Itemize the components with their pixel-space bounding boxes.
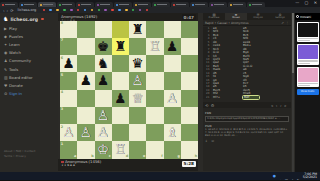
square-d4[interactable]: ♟ — [112, 90, 129, 107]
square-d3[interactable] — [112, 107, 129, 124]
sidebar-item-community[interactable]: ♟Community — [0, 57, 58, 65]
tab-favicon — [211, 4, 213, 6]
square-c7[interactable]: ♚ — [95, 38, 112, 55]
square-d6[interactable] — [112, 55, 129, 72]
bookmark-favicon[interactable] — [84, 9, 87, 12]
black-pawn[interactable]: ♟ — [95, 72, 112, 89]
square-b7[interactable] — [77, 38, 94, 55]
square-h5[interactable] — [181, 72, 198, 89]
square-e6[interactable]: ♛ — [129, 55, 146, 72]
download-icon[interactable]: ⇓ — [205, 139, 208, 143]
square-c2[interactable]: ♙ — [95, 124, 112, 141]
white-king[interactable]: ♔ — [95, 141, 112, 158]
bookmark-favicon[interactable] — [63, 9, 66, 12]
white-queen[interactable]: ♕ — [129, 90, 146, 107]
sidebar-item-donate[interactable]: ♥Donate — [0, 81, 58, 89]
square-f7[interactable]: ♖ — [146, 38, 163, 55]
flip-board-icon[interactable]: ⟲ — [205, 103, 208, 108]
square-f5[interactable] — [146, 72, 163, 89]
knight-logo-icon: ♞ — [3, 16, 8, 22]
sidebar-item-tools[interactable]: ✎Tools — [0, 65, 58, 73]
square-b6[interactable] — [77, 55, 94, 72]
square-c1[interactable]: c♔ — [95, 141, 112, 158]
square-h6[interactable] — [181, 55, 198, 72]
back-icon[interactable]: ‹ — [3, 8, 5, 13]
white-pawn[interactable]: ♙ — [129, 72, 146, 89]
footer-links-2[interactable]: Terms • Privacy — [4, 154, 35, 158]
browser-tab-strip — [0, 0, 320, 7]
file-label: f — [161, 154, 162, 158]
chess-board[interactable]: 8♜7♚♜♖♟6♟♞♛5♟♟♙4♟♕♙3♙2♙♙♙♗1abc♔d♖efgh — [60, 21, 198, 159]
square-a7[interactable]: 7 — [60, 38, 77, 55]
tab-favicon — [40, 4, 42, 6]
file-label: a — [74, 154, 76, 158]
black-queen[interactable]: ♛ — [129, 55, 146, 72]
product-image — [298, 68, 318, 82]
last-move-icon[interactable]: » — [284, 103, 286, 108]
square-f2[interactable] — [146, 124, 163, 141]
square-c4[interactable] — [95, 90, 112, 107]
bookmark-favicon[interactable] — [111, 9, 114, 12]
analysis-panel: ▤Overview≋Moves☰Analysis⚙Settings Rapid … — [203, 13, 291, 171]
white-bishop[interactable]: ♗ — [164, 124, 181, 141]
white-pawn[interactable]: ♙ — [95, 124, 112, 141]
expand-icon[interactable]: ⇗ — [281, 21, 284, 25]
white-pawn[interactable]: ♙ — [164, 90, 181, 107]
address-url[interactable]: lichess.org — [18, 8, 37, 12]
rank-label: 1 — [61, 142, 63, 146]
sidebar-item-board-editor[interactable]: ▥Board editor — [0, 73, 58, 81]
tab-favicon — [192, 4, 194, 6]
tab-favicon — [59, 4, 61, 6]
bookmark-favicon[interactable] — [132, 9, 135, 12]
file-label: e — [143, 154, 145, 158]
square-c6[interactable]: ♞ — [95, 55, 112, 72]
top-player-bar: Anonymous (1892) ♗♘♘♙♙ 0:47 — [58, 13, 198, 21]
tray-icon[interactable]: ⚑ — [296, 179, 299, 181]
square-a4[interactable]: 4 — [60, 90, 77, 107]
sidebar-item-signin[interactable]: ⚙ Sign in — [0, 90, 58, 98]
taskbar-clock[interactable]: 7:06 PM 5/2/2021 — [303, 173, 317, 180]
tab-favicon — [21, 4, 23, 6]
white-pawn[interactable]: ♙ — [77, 124, 94, 141]
square-g6[interactable] — [164, 55, 181, 72]
square-f8[interactable] — [146, 21, 163, 38]
square-f1[interactable]: f — [146, 141, 163, 158]
bottom-player-clock: 5:28 — [182, 161, 196, 167]
rank-label: 5 — [61, 73, 63, 77]
square-d8[interactable] — [112, 21, 129, 38]
site-wordmark: lichess.org — [10, 17, 38, 22]
sidebar-menu: ▶Play◆Puzzles✦Learn◉Watch♟Community✎Tool… — [0, 24, 58, 90]
square-e8[interactable]: ♜ — [129, 21, 146, 38]
panel-tab-overview[interactable]: ▤Overview — [203, 13, 225, 20]
square-g3[interactable] — [164, 107, 181, 124]
fen-pgn-section: FEN 4r3/2kr1Rp1/p1n1q3/1pp1P3/3pQ1P1/2P5… — [203, 108, 291, 145]
scrollbar-thumb[interactable] — [292, 13, 294, 73]
bookmark-favicon[interactable] — [98, 9, 101, 12]
square-e1[interactable]: e — [129, 141, 146, 158]
sidebar-footer: About • FAQ • Contact Terms • Privacy — [4, 147, 35, 158]
bookmark-favicon[interactable] — [70, 9, 73, 12]
square-e2[interactable] — [129, 124, 146, 141]
extension-view-more-button[interactable]: View more — [297, 89, 319, 94]
taskbar: ● ▲▦♪⚑ 7:06 PM 5/2/2021 — [0, 172, 320, 180]
bookmark-favicon[interactable] — [43, 9, 46, 12]
square-a3[interactable]: 3 — [60, 107, 77, 124]
square-c5[interactable]: ♟ — [95, 72, 112, 89]
square-b4[interactable] — [77, 90, 94, 107]
footer-links-1[interactable]: About • FAQ • Contact — [4, 149, 35, 153]
bookmark-favicon[interactable] — [91, 9, 94, 12]
product-image — [298, 45, 318, 59]
square-g4[interactable]: ♙ — [164, 90, 181, 107]
panel-tab-settings[interactable]: ⚙Settings — [269, 13, 291, 20]
panel-tab-analysis[interactable]: ☰Analysis — [247, 13, 269, 20]
square-g2[interactable]: ♗ — [164, 124, 181, 141]
extension-header: movani — [295, 13, 320, 20]
extension-brand: movani — [300, 15, 311, 19]
square-f6[interactable] — [146, 55, 163, 72]
square-h2[interactable] — [181, 124, 198, 141]
tab-favicon — [78, 4, 80, 6]
share-icon[interactable]: ✉ — [212, 139, 215, 143]
square-a2[interactable]: 2♙ — [60, 124, 77, 141]
rank-label: 4 — [61, 90, 63, 94]
sidebar-item-play[interactable]: ▶Play — [0, 24, 58, 32]
white-pawn[interactable]: ♙ — [95, 107, 112, 124]
bottom-player-captured: ♝♝♞♟♟ — [58, 164, 198, 168]
move-list[interactable]: 1e4e52Nf3Nc63Bc4Bc54c3Nf65d4exd46cxd4Bb4… — [203, 26, 291, 101]
square-g7[interactable]: ♟ — [164, 38, 181, 55]
square-c3[interactable]: ♙ — [95, 107, 112, 124]
screen: — ▢ ✕ ‹ › ⟳ lichess.org ♞ lichess.org ▶P… — [0, 0, 320, 180]
chrome-taskbar-icon[interactable]: ● — [273, 174, 276, 178]
tray-icon[interactable]: ♪ — [291, 179, 293, 181]
bookmark-favicon[interactable] — [139, 9, 142, 12]
white-rook[interactable]: ♖ — [146, 38, 163, 55]
square-a8[interactable]: 8 — [60, 21, 77, 38]
white-move[interactable]: Rf7+ — [211, 96, 241, 99]
tab-favicon — [97, 4, 99, 6]
square-b8[interactable] — [77, 21, 94, 38]
rank-label: 3 — [61, 107, 63, 111]
black-pawn[interactable]: ♟ — [77, 72, 94, 89]
square-d2[interactable] — [112, 124, 129, 141]
rank-label: 7 — [61, 38, 63, 42]
forward-icon[interactable]: › — [7, 8, 9, 13]
extension-cards — [295, 22, 320, 87]
product-card[interactable] — [297, 22, 319, 42]
file-label: h — [195, 154, 197, 158]
site-logo[interactable]: ♞ lichess.org — [0, 13, 58, 24]
page-scrollbar[interactable] — [292, 13, 294, 172]
square-f3[interactable] — [146, 107, 163, 124]
game-meta-text: Rapid • Casual • Anonymous — [203, 21, 281, 25]
sidebar-item-puzzles[interactable]: ◆Puzzles — [0, 32, 58, 40]
bookmark-favicon[interactable] — [49, 9, 52, 12]
extension-panel: movani View more — [295, 13, 320, 172]
square-h7[interactable] — [181, 38, 198, 55]
square-d5[interactable] — [112, 72, 129, 89]
square-e7[interactable] — [129, 38, 146, 55]
bookmark-favicon[interactable] — [118, 9, 121, 12]
bookmark-favicon[interactable] — [56, 9, 59, 12]
tab-favicon — [154, 4, 156, 6]
black-pawn[interactable]: ♟ — [164, 38, 181, 55]
square-d7[interactable]: ♜ — [112, 38, 129, 55]
notification-badge — [41, 18, 44, 21]
prev-move-icon[interactable]: ‹ — [276, 103, 278, 108]
bookmark-favicon[interactable] — [125, 9, 128, 12]
tab-favicon — [230, 4, 232, 6]
square-b1[interactable]: b — [77, 141, 94, 158]
refresh-icon[interactable]: ⟳ — [10, 8, 13, 13]
share-row: ⇓ ✉ — [205, 139, 289, 143]
square-a1[interactable]: 1a — [60, 141, 77, 158]
black-pawn[interactable]: ♟ — [60, 55, 77, 72]
square-b3[interactable] — [77, 107, 94, 124]
square-h1[interactable]: h — [181, 141, 198, 158]
system-tray: ▲▦♪⚑ — [279, 167, 303, 181]
panel-tabs: ▤Overview≋Moves☰Analysis⚙Settings — [203, 13, 291, 20]
panel-tab-moves[interactable]: ≋Moves — [225, 13, 247, 20]
bottom-player-bar: Anonymous (1456) ♝♝♞♟♟ 5:28 — [58, 159, 198, 172]
square-g5[interactable] — [164, 72, 181, 89]
square-b5[interactable]: ♟ — [77, 72, 94, 89]
square-b2[interactable]: ♙ — [77, 124, 94, 141]
tab-favicon — [249, 4, 251, 6]
fen-input[interactable]: 4r3/2kr1Rp1/p1n1q3/1pp1P3/3pQ1P1/2P5/PPP… — [205, 116, 289, 123]
tab-favicon — [116, 4, 118, 6]
square-a5[interactable]: 5 — [60, 72, 77, 89]
site-sidebar: ♞ lichess.org ▶Play◆Puzzles✦Learn◉Watch♟… — [0, 13, 58, 172]
black-rook[interactable]: ♜ — [112, 38, 129, 55]
square-e4[interactable]: ♕ — [129, 90, 146, 107]
square-g8[interactable] — [164, 21, 181, 38]
product-card[interactable] — [297, 67, 319, 87]
product-image — [298, 23, 318, 37]
square-d1[interactable]: d♖ — [112, 141, 129, 158]
black-pawn[interactable]: ♟ — [112, 90, 129, 107]
first-move-icon[interactable]: « — [271, 103, 273, 108]
square-g1[interactable]: g — [164, 141, 181, 158]
file-label: g — [177, 154, 179, 158]
more-icon[interactable]: ⋮ — [286, 21, 289, 25]
square-h4[interactable] — [181, 90, 198, 107]
square-e5[interactable]: ♙ — [129, 72, 146, 89]
pgn-text[interactable]: 1. e4 e5 2. Nf3 Nc6 3. Bc4 Bc5 4. c3 Nf6… — [205, 128, 289, 137]
white-pawn[interactable]: ♙ — [60, 124, 77, 141]
square-h3[interactable] — [181, 107, 198, 124]
extension-logo-icon — [296, 15, 299, 18]
black-move[interactable]: Rd7 — [243, 96, 259, 99]
black-knight[interactable]: ♞ — [95, 55, 112, 72]
sidebar-item-learn[interactable]: ✦Learn — [0, 40, 58, 48]
fen-label: FEN — [205, 111, 289, 115]
square-c8[interactable] — [95, 21, 112, 38]
top-player-clock: 0:47 — [182, 14, 196, 20]
tray-icon[interactable]: ▲ — [279, 179, 282, 181]
square-e3[interactable] — [129, 107, 146, 124]
tab-favicon — [135, 4, 137, 6]
tab-favicon — [2, 4, 4, 6]
bookmark-favicon[interactable] — [104, 9, 107, 12]
sidebar-item-watch[interactable]: ◉Watch — [0, 49, 58, 57]
white-rook[interactable]: ♖ — [112, 141, 129, 158]
square-f4[interactable] — [146, 90, 163, 107]
product-card[interactable] — [297, 44, 319, 64]
rank-label: 8 — [61, 21, 63, 25]
pgn-label: PGN — [205, 124, 289, 128]
tab-favicon — [173, 4, 175, 6]
move-row: 21Rf7+Rd7 — [203, 96, 291, 99]
bookmark-favicon[interactable] — [146, 9, 149, 12]
square-h8[interactable] — [181, 21, 198, 38]
black-rook[interactable]: ♜ — [129, 21, 146, 38]
file-label: b — [91, 154, 93, 158]
window-controls[interactable]: — ▢ ✕ — [295, 0, 319, 5]
move-number: 21 — [203, 96, 211, 99]
next-move-icon[interactable]: › — [280, 103, 282, 108]
analysis-settings-icon[interactable]: ⚙ — [211, 103, 215, 108]
bookmark-favicon[interactable] — [77, 9, 80, 12]
black-king[interactable]: ♚ — [95, 38, 112, 55]
tray-icon[interactable]: ▦ — [285, 179, 288, 181]
square-a6[interactable]: 6♟ — [60, 55, 77, 72]
